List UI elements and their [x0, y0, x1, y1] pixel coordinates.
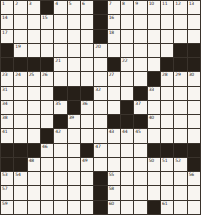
clue-number-27: 27 [109, 72, 114, 77]
black-square-r7c11 [134, 87, 146, 100]
cell-r12c10[interactable] [121, 158, 133, 171]
cell-r4c10[interactable] [121, 44, 133, 57]
cell-r7c4[interactable] [41, 87, 53, 100]
cell-r13c10[interactable] [121, 172, 133, 185]
cell-r9c14[interactable] [174, 115, 186, 128]
cell-r11c8[interactable]: 47 [94, 144, 106, 157]
cell-r13c2[interactable]: 54 [14, 172, 26, 185]
cell-r2c7[interactable] [81, 15, 93, 28]
cell-r15c10[interactable] [121, 201, 133, 214]
cell-r5c10[interactable]: 22 [121, 58, 133, 71]
cell-r12c8[interactable] [94, 158, 106, 171]
cell-r12c4[interactable] [41, 158, 53, 171]
clue-number-58: 58 [109, 186, 114, 191]
cell-r3c14[interactable] [174, 30, 186, 43]
black-square-r7c5 [54, 87, 66, 100]
clue-number-22: 22 [122, 58, 127, 63]
cell-r3c9[interactable]: 18 [108, 30, 120, 43]
cell-r13c1[interactable]: 53 [1, 172, 13, 185]
cell-r3c4[interactable] [41, 30, 53, 43]
cell-r7c12[interactable]: 33 [148, 87, 160, 100]
cell-r9c15[interactable] [188, 115, 200, 128]
cell-r15c5[interactable] [54, 201, 66, 214]
cell-r8c14[interactable] [174, 101, 186, 114]
cell-r11c9[interactable] [108, 144, 120, 157]
black-square-r7c7 [81, 87, 93, 100]
cell-r13c13[interactable] [161, 172, 173, 185]
clue-number-6: 6 [82, 1, 85, 6]
black-square-r15c12 [148, 201, 160, 214]
cell-r4c13[interactable] [161, 44, 173, 57]
cell-r2c1[interactable]: 14 [1, 15, 13, 28]
clue-number-4: 4 [55, 1, 58, 6]
cell-r15c14[interactable] [174, 201, 186, 214]
clue-number-53: 53 [2, 172, 7, 177]
black-square-r13c8 [94, 172, 106, 185]
cell-r8c9[interactable] [108, 101, 120, 114]
cell-r9c8[interactable] [94, 115, 106, 128]
cell-r4c11[interactable] [134, 44, 146, 57]
cell-r2c13[interactable] [161, 15, 173, 28]
black-square-r8c10 [121, 101, 133, 114]
clue-number-16: 16 [109, 15, 114, 20]
clue-number-12: 12 [175, 1, 180, 6]
cell-r13c3[interactable] [28, 172, 40, 185]
cell-r10c12[interactable] [148, 129, 160, 142]
cell-r15c9[interactable]: 60 [108, 201, 120, 214]
black-square-r4c14 [174, 44, 186, 57]
clue-number-33: 33 [149, 87, 154, 92]
black-square-r12c1 [1, 158, 13, 171]
cell-r3c7[interactable] [81, 30, 93, 43]
cell-r2c14[interactable] [174, 15, 186, 28]
clue-number-26: 26 [42, 72, 47, 77]
clue-number-47: 47 [95, 144, 100, 149]
cell-r14c1[interactable]: 57 [1, 186, 13, 199]
cell-r1c6[interactable]: 5 [68, 1, 80, 14]
cell-r9c7[interactable] [81, 115, 93, 128]
cell-r8c15[interactable] [188, 101, 200, 114]
cell-r13c12[interactable] [148, 172, 160, 185]
cell-r4c7[interactable] [81, 44, 93, 57]
cell-r14c7[interactable] [81, 186, 93, 199]
black-square-r11c2 [14, 144, 26, 157]
cell-r8c13[interactable] [161, 101, 173, 114]
cell-r10c7[interactable] [81, 129, 93, 142]
cell-r9c4[interactable] [41, 115, 53, 128]
cell-r9c6[interactable]: 39 [68, 115, 80, 128]
clue-number-18: 18 [109, 30, 114, 35]
clue-number-14: 14 [2, 15, 7, 20]
crossword-grid: 1234567891011121314151617181920212223242… [0, 0, 201, 215]
black-square-r5c1 [1, 58, 13, 71]
black-square-r10c4 [41, 129, 53, 142]
cell-r6c13[interactable]: 28 [161, 72, 173, 85]
clue-number-28: 28 [162, 72, 167, 77]
cell-r10c11[interactable]: 45 [134, 129, 146, 142]
cell-r2c10[interactable] [121, 15, 133, 28]
cell-r10c9[interactable]: 43 [108, 129, 120, 142]
cell-r4c5[interactable] [54, 44, 66, 57]
cell-r3c5[interactable] [54, 30, 66, 43]
cell-r14c3[interactable] [28, 186, 40, 199]
cell-r7c15[interactable] [188, 87, 200, 100]
cell-r10c13[interactable] [161, 129, 173, 142]
cell-r3c2[interactable] [14, 30, 26, 43]
cell-r8c5[interactable]: 35 [54, 101, 66, 114]
black-square-r4c15 [188, 44, 200, 57]
clue-number-49: 49 [82, 158, 87, 163]
clue-number-56: 56 [189, 172, 194, 177]
black-square-r11c3 [28, 144, 40, 157]
black-square-r9c11 [134, 115, 146, 128]
cell-r3c15[interactable] [188, 30, 200, 43]
black-square-r5c9 [108, 58, 120, 71]
cell-r9c2[interactable] [14, 115, 26, 128]
cell-r3c3[interactable] [28, 30, 40, 43]
cell-r4c8[interactable]: 20 [94, 44, 106, 57]
clue-number-57: 57 [2, 186, 7, 191]
cell-r14c13[interactable] [161, 186, 173, 199]
cell-r2c15[interactable] [188, 15, 200, 28]
cell-r8c11[interactable]: 37 [134, 101, 146, 114]
cell-r10c2[interactable] [14, 129, 26, 142]
cell-r3c12[interactable] [148, 30, 160, 43]
cell-r2c2[interactable] [14, 15, 26, 28]
cell-r1c10[interactable]: 8 [121, 1, 133, 14]
cell-r3c10[interactable] [121, 30, 133, 43]
black-square-r9c10 [121, 115, 133, 128]
cell-r6c8[interactable] [94, 72, 106, 85]
cell-r12c3[interactable]: 48 [28, 158, 40, 171]
cell-r1c1[interactable]: 1 [1, 1, 13, 14]
cell-r12c13[interactable]: 51 [161, 158, 173, 171]
cell-r7c8[interactable]: 32 [94, 87, 106, 100]
black-square-r11c7 [81, 144, 93, 157]
cell-r10c14[interactable] [174, 129, 186, 142]
cell-r9c13[interactable] [161, 115, 173, 128]
cell-r15c4[interactable] [41, 201, 53, 214]
cell-r6c6[interactable] [68, 72, 80, 85]
cell-r4c6[interactable] [68, 44, 80, 57]
cell-r15c7[interactable] [81, 201, 93, 214]
cell-r8c3[interactable] [28, 101, 40, 114]
cell-r10c6[interactable] [68, 129, 80, 142]
clue-number-25: 25 [29, 72, 34, 77]
cell-r10c15[interactable] [188, 129, 200, 142]
cell-r2c4[interactable]: 15 [41, 15, 53, 28]
black-square-r4c1 [1, 44, 13, 57]
cell-r14c10[interactable] [121, 186, 133, 199]
black-square-r6c12 [148, 72, 160, 85]
cell-r9c12[interactable]: 40 [148, 115, 160, 128]
clue-number-38: 38 [2, 115, 7, 120]
clue-number-51: 51 [162, 158, 167, 163]
clue-number-36: 36 [82, 101, 87, 106]
black-square-r12c15 [188, 158, 200, 171]
cell-r9c3[interactable] [28, 115, 40, 128]
cell-r12c11[interactable] [134, 158, 146, 171]
cell-r4c4[interactable] [41, 44, 53, 57]
clue-number-32: 32 [95, 87, 100, 92]
cell-r10c5[interactable]: 42 [54, 129, 66, 142]
black-square-r9c9 [108, 115, 120, 128]
cell-r7c10[interactable] [121, 87, 133, 100]
cell-r2c9[interactable]: 16 [108, 15, 120, 28]
cell-r3c6[interactable] [68, 30, 80, 43]
cell-r12c9[interactable] [108, 158, 120, 171]
cell-r15c1[interactable]: 59 [1, 201, 13, 214]
clue-number-31: 31 [2, 87, 7, 92]
black-square-r1c8 [94, 1, 106, 14]
cell-r14c12[interactable] [148, 186, 160, 199]
black-square-r11c12 [148, 144, 160, 157]
cell-r15c15[interactable] [188, 201, 200, 214]
cell-r1c9[interactable]: 7 [108, 1, 120, 14]
cell-r7c13[interactable] [161, 87, 173, 100]
cell-r15c6[interactable] [68, 201, 80, 214]
black-square-r5c14 [174, 58, 186, 71]
clue-number-40: 40 [149, 115, 154, 120]
clue-number-13: 13 [189, 1, 194, 6]
clue-number-21: 21 [55, 58, 60, 63]
cell-r4c3[interactable] [28, 44, 40, 57]
cell-r1c2[interactable]: 2 [14, 1, 26, 14]
cell-r3c13[interactable] [161, 30, 173, 43]
black-square-r3c8 [94, 30, 106, 43]
cell-r13c5[interactable] [54, 172, 66, 185]
black-square-r5c13 [161, 58, 173, 71]
clue-number-55: 55 [109, 172, 114, 177]
clue-number-60: 60 [109, 201, 114, 206]
cell-r8c2[interactable] [14, 101, 26, 114]
cell-r10c10[interactable]: 44 [121, 129, 133, 142]
cell-r14c2[interactable] [14, 186, 26, 199]
cell-r15c3[interactable] [28, 201, 40, 214]
cell-r8c8[interactable] [94, 101, 106, 114]
black-square-r5c2 [14, 58, 26, 71]
cell-r1c5[interactable]: 4 [54, 1, 66, 14]
clue-number-15: 15 [42, 15, 47, 20]
black-square-r11c15 [188, 144, 200, 157]
cell-r11c11[interactable] [134, 144, 146, 157]
cell-r7c3[interactable] [28, 87, 40, 100]
cell-r6c9[interactable]: 27 [108, 72, 120, 85]
clue-number-1: 1 [2, 1, 5, 6]
clue-number-29: 29 [175, 72, 180, 77]
cell-r13c9[interactable]: 55 [108, 172, 120, 185]
cell-r5c8[interactable] [94, 58, 106, 71]
cell-r6c7[interactable] [81, 72, 93, 85]
black-square-r1c4 [41, 1, 53, 14]
cell-r14c11[interactable] [134, 186, 146, 199]
cell-r10c1[interactable]: 41 [1, 129, 13, 142]
cell-r7c9[interactable] [108, 87, 120, 100]
cell-r15c11[interactable] [134, 201, 146, 214]
cell-r6c14[interactable]: 29 [174, 72, 186, 85]
cell-r8c4[interactable] [41, 101, 53, 114]
cell-r12c6[interactable] [68, 158, 80, 171]
clue-number-19: 19 [15, 44, 20, 49]
clue-number-44: 44 [122, 129, 127, 134]
cell-r13c7[interactable] [81, 172, 93, 185]
clue-number-11: 11 [162, 1, 167, 6]
cell-r4c9[interactable] [108, 44, 120, 57]
cell-r4c2[interactable]: 19 [14, 44, 26, 57]
cell-r2c3[interactable] [28, 15, 40, 28]
cell-r3c11[interactable] [134, 30, 146, 43]
cell-r2c5[interactable] [54, 15, 66, 28]
cell-r6c5[interactable] [54, 72, 66, 85]
cell-r6c10[interactable] [121, 72, 133, 85]
cell-r6c11[interactable] [134, 72, 146, 85]
black-square-r15c8 [94, 201, 106, 214]
cell-r7c2[interactable] [14, 87, 26, 100]
cell-r8c1[interactable]: 34 [1, 101, 13, 114]
black-square-r5c15 [188, 58, 200, 71]
cell-r13c4[interactable] [41, 172, 53, 185]
cell-r8c12[interactable] [148, 101, 160, 114]
black-square-r2c8 [94, 15, 106, 28]
cell-r1c14[interactable]: 12 [174, 1, 186, 14]
clue-number-3: 3 [29, 1, 32, 6]
clue-number-9: 9 [135, 1, 138, 6]
cell-r15c13[interactable]: 61 [161, 201, 173, 214]
cell-r15c2[interactable] [14, 201, 26, 214]
cell-r1c3[interactable]: 3 [28, 1, 40, 14]
cell-r5c12[interactable] [148, 58, 160, 71]
cell-r6c15[interactable]: 30 [188, 72, 200, 85]
cell-r8c7[interactable]: 36 [81, 101, 93, 114]
cell-r14c15[interactable] [188, 186, 200, 199]
black-square-r7c6 [68, 87, 80, 100]
cell-r13c6[interactable] [68, 172, 80, 185]
cell-r1c7[interactable]: 6 [81, 1, 93, 14]
clue-number-10: 10 [149, 1, 154, 6]
clue-number-2: 2 [15, 1, 18, 6]
clue-number-48: 48 [29, 158, 34, 163]
cell-r12c12[interactable]: 50 [148, 158, 160, 171]
cell-r2c6[interactable] [68, 15, 80, 28]
clue-number-59: 59 [2, 201, 7, 206]
clue-number-8: 8 [122, 1, 125, 6]
cell-r6c1[interactable]: 23 [1, 72, 13, 85]
cell-r5c6[interactable] [68, 58, 80, 71]
cell-r12c14[interactable]: 52 [174, 158, 186, 171]
black-square-r5c3 [28, 58, 40, 71]
cell-r1c11[interactable]: 9 [134, 1, 146, 14]
cell-r1c15[interactable]: 13 [188, 1, 200, 14]
clue-number-17: 17 [2, 30, 7, 35]
black-square-r11c1 [1, 144, 13, 157]
black-square-r12c2 [14, 158, 26, 171]
clue-number-23: 23 [2, 72, 7, 77]
cell-r14c5[interactable] [54, 186, 66, 199]
cell-r10c8[interactable] [94, 129, 106, 142]
clue-number-42: 42 [55, 129, 60, 134]
clue-number-5: 5 [69, 1, 72, 6]
clue-number-41: 41 [2, 129, 7, 134]
cell-r12c5[interactable] [54, 158, 66, 171]
cell-r6c2[interactable]: 24 [14, 72, 26, 85]
clue-number-54: 54 [15, 172, 20, 177]
cell-r14c9[interactable]: 58 [108, 186, 120, 199]
cell-r5c11[interactable] [134, 58, 146, 71]
cell-r14c6[interactable] [68, 186, 80, 199]
cell-r7c14[interactable] [174, 87, 186, 100]
cell-r4c12[interactable] [148, 44, 160, 57]
cell-r2c11[interactable] [134, 15, 146, 28]
clue-number-24: 24 [15, 72, 20, 77]
black-square-r14c8 [94, 186, 106, 199]
cell-r11c10[interactable] [121, 144, 133, 157]
clue-number-37: 37 [135, 101, 140, 106]
cell-r13c15[interactable]: 56 [188, 172, 200, 185]
clue-number-61: 61 [162, 201, 167, 206]
cell-r11c4[interactable]: 46 [41, 144, 53, 157]
cell-r3c1[interactable]: 17 [1, 30, 13, 43]
cell-r6c3[interactable]: 25 [28, 72, 40, 85]
cell-r13c14[interactable] [174, 172, 186, 185]
clue-number-46: 46 [42, 144, 47, 149]
black-square-r8c6 [68, 101, 80, 114]
cell-r2c12[interactable] [148, 15, 160, 28]
cell-r14c14[interactable] [174, 186, 186, 199]
clue-number-30: 30 [189, 72, 194, 77]
clue-number-39: 39 [69, 115, 74, 120]
cell-r13c11[interactable] [134, 172, 146, 185]
cell-r5c7[interactable] [81, 58, 93, 71]
cell-r7c1[interactable]: 31 [1, 87, 13, 100]
cell-r1c12[interactable]: 10 [148, 1, 160, 14]
cell-r11c5[interactable] [54, 144, 66, 157]
clue-number-20: 20 [95, 44, 100, 49]
cell-r1c13[interactable]: 11 [161, 1, 173, 14]
black-square-r5c4 [41, 58, 53, 71]
black-square-r11c14 [174, 144, 186, 157]
cell-r11c6[interactable] [68, 144, 80, 157]
cell-r14c4[interactable] [41, 186, 53, 199]
black-square-r9c5 [54, 115, 66, 128]
cell-r12c7[interactable]: 49 [81, 158, 93, 171]
clue-number-7: 7 [109, 1, 112, 6]
clue-number-34: 34 [2, 101, 7, 106]
clue-number-45: 45 [135, 129, 140, 134]
cell-r5c5[interactable]: 21 [54, 58, 66, 71]
black-square-r11c13 [161, 144, 173, 157]
clue-number-52: 52 [175, 158, 180, 163]
cell-r9c1[interactable]: 38 [1, 115, 13, 128]
clue-number-43: 43 [109, 129, 114, 134]
cell-r10c3[interactable] [28, 129, 40, 142]
cell-r6c4[interactable]: 26 [41, 72, 53, 85]
clue-number-35: 35 [55, 101, 60, 106]
clue-number-50: 50 [149, 158, 154, 163]
